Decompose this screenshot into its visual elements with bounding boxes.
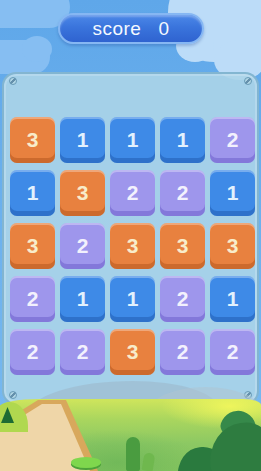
plant-sprout xyxy=(126,437,140,471)
tile-r2c4[interactable]: 2 xyxy=(160,170,205,216)
tile-r5c5[interactable]: 2 xyxy=(210,329,255,375)
screw-icon xyxy=(9,77,17,85)
tile-r1c2[interactable]: 1 xyxy=(60,117,105,163)
tile-r4c2[interactable]: 1 xyxy=(60,276,105,322)
tile-r3c3[interactable]: 3 xyxy=(110,223,155,269)
tile-r2c1[interactable]: 1 xyxy=(10,170,55,216)
tile-r4c4[interactable]: 2 xyxy=(160,276,205,322)
score-label: score xyxy=(92,18,141,40)
tile-r4c1[interactable]: 2 xyxy=(10,276,55,322)
tile-r1c5[interactable]: 2 xyxy=(210,117,255,163)
cloud xyxy=(22,36,52,62)
score-value: 0 xyxy=(158,18,169,40)
grass-pad xyxy=(71,457,101,468)
tile-r3c1[interactable]: 3 xyxy=(10,223,55,269)
screw-icon xyxy=(244,77,252,85)
tile-grid: 3111213221323332112122322 xyxy=(10,117,255,375)
tile-r5c1[interactable]: 2 xyxy=(10,329,55,375)
tile-r4c5[interactable]: 1 xyxy=(210,276,255,322)
screw-icon xyxy=(9,391,17,399)
game-screen: score 0 3111213221323332112122322 xyxy=(0,0,261,471)
tile-r2c3[interactable]: 2 xyxy=(110,170,155,216)
tile-r1c1[interactable]: 3 xyxy=(10,117,55,163)
tile-r5c4[interactable]: 2 xyxy=(160,329,205,375)
tile-r1c4[interactable]: 1 xyxy=(160,117,205,163)
tile-r2c2[interactable]: 3 xyxy=(60,170,105,216)
tile-r3c5[interactable]: 3 xyxy=(210,223,255,269)
tile-r5c2[interactable]: 2 xyxy=(60,329,105,375)
tile-r3c4[interactable]: 3 xyxy=(160,223,205,269)
tile-r5c3[interactable]: 3 xyxy=(110,329,155,375)
score-badge: score 0 xyxy=(58,13,204,44)
game-board: 3111213221323332112122322 xyxy=(2,72,259,405)
tile-r3c2[interactable]: 2 xyxy=(60,223,105,269)
tile-r4c3[interactable]: 1 xyxy=(110,276,155,322)
tile-r2c5[interactable]: 1 xyxy=(210,170,255,216)
tile-r1c3[interactable]: 1 xyxy=(110,117,155,163)
